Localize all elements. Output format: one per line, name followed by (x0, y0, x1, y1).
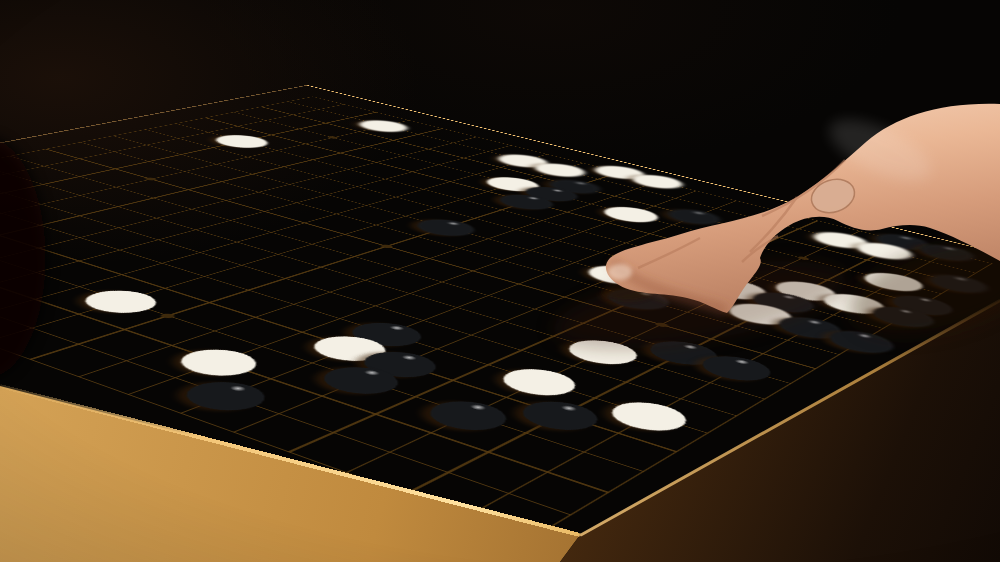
black-stone[interactable]: ● (927, 271, 994, 294)
stone-highlight (399, 354, 420, 361)
black-stone[interactable]: ● (413, 216, 485, 237)
white-stone[interactable]: ● (213, 133, 279, 149)
stone-highlight (953, 276, 970, 281)
stone-highlight (680, 343, 700, 350)
stone-highlight (636, 291, 654, 297)
black-stone[interactable]: ● (604, 285, 681, 311)
white-stone[interactable]: ● (499, 363, 589, 396)
stone-highlight (549, 188, 564, 192)
go-game-photo: ●●●●●●●●●●●●●●●●●●●●●●●●●●●●●●●●●●●●●●●●… (0, 0, 1000, 562)
black-stone[interactable]: ● (826, 326, 902, 354)
stone-highlight (691, 211, 707, 215)
stone-highlight (856, 333, 875, 339)
stone-highlight (445, 221, 462, 226)
black-stone[interactable]: ● (664, 206, 729, 225)
stone-highlight (898, 236, 914, 241)
stone-highlight (779, 294, 797, 300)
white-stone[interactable]: ● (82, 286, 173, 314)
stone-highlight (525, 196, 541, 200)
stone-highlight (386, 325, 406, 332)
stone-highlight (898, 309, 916, 315)
white-stone[interactable]: ● (357, 118, 418, 133)
stone-highlight (558, 404, 580, 412)
black-stone[interactable]: ● (698, 351, 781, 382)
stone-highlight (467, 403, 489, 411)
stone-highlight (573, 181, 588, 185)
white-stone[interactable]: ● (565, 335, 649, 365)
stone-highlight (361, 369, 383, 377)
white-stone[interactable]: ● (585, 262, 659, 286)
stone-highlight (226, 384, 249, 392)
stone-highlight (732, 358, 752, 365)
stone-highlight (805, 319, 823, 325)
stone-highlight (942, 246, 958, 251)
black-stone[interactable]: ● (496, 192, 563, 211)
black-stone[interactable]: ● (518, 395, 612, 432)
stone-highlight (917, 297, 934, 303)
black-stone[interactable]: ● (181, 376, 282, 413)
